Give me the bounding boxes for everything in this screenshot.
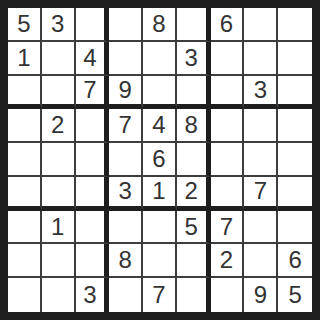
cell-r4c3[interactable] [76, 109, 110, 143]
cell-r9c4[interactable] [109, 278, 143, 312]
cell-r8c5[interactable] [143, 244, 177, 278]
cell-r5c7[interactable] [211, 143, 245, 177]
cell-r5c5[interactable]: 6 [143, 143, 177, 177]
cell-r1c1[interactable]: 5 [8, 8, 42, 42]
cell-r1c6[interactable] [177, 8, 211, 42]
cell-r6c8[interactable]: 7 [244, 177, 278, 211]
cell-r6c4[interactable]: 3 [109, 177, 143, 211]
cell-r1c7[interactable]: 6 [211, 8, 245, 42]
cell-r4c1[interactable] [8, 109, 42, 143]
cell-r6c6[interactable]: 2 [177, 177, 211, 211]
cell-r6c7[interactable] [211, 177, 245, 211]
cell-r3c5[interactable] [143, 76, 177, 110]
sudoku-grid: 53861437932748631271578263795 [8, 8, 312, 312]
cell-r9c6[interactable] [177, 278, 211, 312]
cell-r3c2[interactable] [42, 76, 76, 110]
cell-r2c1[interactable]: 1 [8, 42, 42, 76]
cell-r5c9[interactable] [278, 143, 312, 177]
sudoku-board: 53861437932748631271578263795 [0, 0, 320, 320]
cell-r8c7[interactable]: 2 [211, 244, 245, 278]
cell-r7c3[interactable] [76, 211, 110, 245]
cell-r1c8[interactable] [244, 8, 278, 42]
cell-r2c5[interactable] [143, 42, 177, 76]
cell-r5c4[interactable] [109, 143, 143, 177]
cell-r6c5[interactable]: 1 [143, 177, 177, 211]
cell-r3c4[interactable]: 9 [109, 76, 143, 110]
cell-r4c5[interactable]: 4 [143, 109, 177, 143]
cell-r3c7[interactable] [211, 76, 245, 110]
cell-r3c8[interactable]: 3 [244, 76, 278, 110]
cell-r7c4[interactable] [109, 211, 143, 245]
cell-r5c3[interactable] [76, 143, 110, 177]
cell-r1c3[interactable] [76, 8, 110, 42]
cell-r6c1[interactable] [8, 177, 42, 211]
cell-r4c9[interactable] [278, 109, 312, 143]
cell-r2c8[interactable] [244, 42, 278, 76]
cell-r1c5[interactable]: 8 [143, 8, 177, 42]
cell-r6c9[interactable] [278, 177, 312, 211]
cell-r3c3[interactable]: 7 [76, 76, 110, 110]
cell-r7c2[interactable]: 1 [42, 211, 76, 245]
cell-r4c7[interactable] [211, 109, 245, 143]
cell-r2c3[interactable]: 4 [76, 42, 110, 76]
cell-r4c4[interactable]: 7 [109, 109, 143, 143]
cell-r3c1[interactable] [8, 76, 42, 110]
cell-r7c5[interactable] [143, 211, 177, 245]
cell-r6c2[interactable] [42, 177, 76, 211]
cell-r1c4[interactable] [109, 8, 143, 42]
cell-r2c6[interactable]: 3 [177, 42, 211, 76]
cell-r5c1[interactable] [8, 143, 42, 177]
cell-r9c7[interactable] [211, 278, 245, 312]
cell-r8c4[interactable]: 8 [109, 244, 143, 278]
cell-r7c6[interactable]: 5 [177, 211, 211, 245]
cell-r2c2[interactable] [42, 42, 76, 76]
cell-r7c7[interactable]: 7 [211, 211, 245, 245]
cell-r9c3[interactable]: 3 [76, 278, 110, 312]
cell-r9c2[interactable] [42, 278, 76, 312]
cell-r8c3[interactable] [76, 244, 110, 278]
cell-r3c6[interactable] [177, 76, 211, 110]
cell-r6c3[interactable] [76, 177, 110, 211]
cell-r8c8[interactable] [244, 244, 278, 278]
cell-r2c9[interactable] [278, 42, 312, 76]
cell-r9c9[interactable]: 5 [278, 278, 312, 312]
cell-r9c1[interactable] [8, 278, 42, 312]
cell-r8c2[interactable] [42, 244, 76, 278]
cell-r9c5[interactable]: 7 [143, 278, 177, 312]
cell-r8c1[interactable] [8, 244, 42, 278]
cell-r4c8[interactable] [244, 109, 278, 143]
cell-r2c4[interactable] [109, 42, 143, 76]
cell-r4c2[interactable]: 2 [42, 109, 76, 143]
cell-r5c6[interactable] [177, 143, 211, 177]
cell-r5c2[interactable] [42, 143, 76, 177]
cell-r8c6[interactable] [177, 244, 211, 278]
cell-r8c9[interactable]: 6 [278, 244, 312, 278]
cell-r1c2[interactable]: 3 [42, 8, 76, 42]
cell-r7c9[interactable] [278, 211, 312, 245]
cell-r1c9[interactable] [278, 8, 312, 42]
cell-r5c8[interactable] [244, 143, 278, 177]
cell-r7c1[interactable] [8, 211, 42, 245]
cell-r7c8[interactable] [244, 211, 278, 245]
cell-r9c8[interactable]: 9 [244, 278, 278, 312]
cell-r3c9[interactable] [278, 76, 312, 110]
cell-r4c6[interactable]: 8 [177, 109, 211, 143]
cell-r2c7[interactable] [211, 42, 245, 76]
